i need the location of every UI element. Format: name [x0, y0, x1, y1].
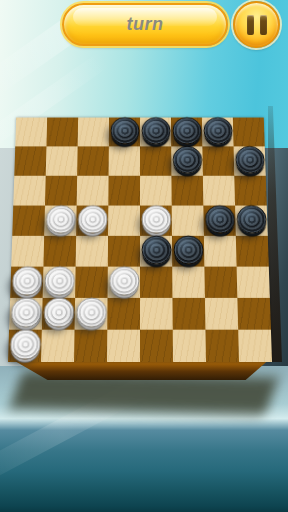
board-square[interactable]	[172, 206, 204, 236]
board-square[interactable]	[205, 330, 239, 362]
board-square[interactable]	[203, 206, 235, 236]
turn-label: turn	[64, 5, 226, 44]
board-square[interactable]	[205, 298, 238, 330]
board-square[interactable]	[43, 267, 76, 298]
board-square[interactable]	[108, 236, 140, 267]
board-square[interactable]	[204, 267, 237, 298]
board-square[interactable]	[43, 236, 76, 267]
board	[8, 118, 272, 362]
board-square[interactable]	[107, 298, 140, 330]
board-square[interactable]	[173, 330, 206, 362]
board-square[interactable]	[202, 146, 234, 175]
board-square[interactable]	[172, 267, 205, 298]
board-square[interactable]	[171, 176, 203, 206]
board-square[interactable]	[77, 176, 109, 206]
board-square[interactable]	[140, 298, 173, 330]
board-square[interactable]	[10, 267, 43, 298]
board-square[interactable]	[9, 298, 43, 330]
board-square[interactable]	[78, 118, 109, 147]
board-square[interactable]	[235, 206, 268, 236]
board-square[interactable]	[74, 330, 107, 362]
white-piece[interactable]	[76, 297, 107, 327]
board-square[interactable]	[171, 146, 203, 175]
board-square[interactable]	[234, 176, 266, 206]
turn-button[interactable]: turn	[62, 3, 228, 46]
black-piece[interactable]	[236, 205, 267, 233]
black-piece[interactable]	[173, 235, 203, 264]
white-piece[interactable]	[77, 205, 107, 233]
board-square[interactable]	[12, 206, 45, 236]
white-piece[interactable]	[43, 297, 74, 327]
board-square[interactable]	[140, 267, 172, 298]
board-square[interactable]	[172, 236, 204, 267]
board-square[interactable]	[76, 206, 108, 236]
black-piece[interactable]	[172, 117, 202, 144]
board-square[interactable]	[204, 236, 237, 267]
board-square[interactable]	[238, 330, 272, 362]
black-piece[interactable]	[234, 146, 264, 174]
board-square[interactable]	[203, 176, 235, 206]
board-square[interactable]	[233, 118, 265, 147]
board-square[interactable]	[140, 118, 171, 147]
black-piece[interactable]	[203, 117, 233, 144]
board-square[interactable]	[108, 267, 140, 298]
white-piece[interactable]	[10, 297, 41, 327]
board-square[interactable]	[237, 298, 271, 330]
board-square[interactable]	[46, 146, 78, 175]
white-piece[interactable]	[9, 329, 41, 359]
black-piece[interactable]	[141, 235, 171, 264]
board-square[interactable]	[77, 146, 109, 175]
board-square[interactable]	[107, 330, 140, 362]
board-square[interactable]	[140, 236, 172, 267]
board-square[interactable]	[42, 298, 75, 330]
black-piece[interactable]	[204, 205, 234, 233]
board-square[interactable]	[108, 206, 140, 236]
board-square[interactable]	[237, 267, 270, 298]
board-square[interactable]	[171, 118, 202, 147]
board-square[interactable]	[75, 267, 108, 298]
board-square[interactable]	[108, 176, 140, 206]
board-square[interactable]	[76, 236, 108, 267]
board-square[interactable]	[140, 330, 173, 362]
board-square[interactable]	[172, 298, 205, 330]
board-square[interactable]	[46, 118, 78, 147]
white-piece[interactable]	[109, 266, 139, 295]
board-square[interactable]	[13, 176, 45, 206]
board-wrapper	[8, 118, 272, 362]
board-square[interactable]	[140, 206, 172, 236]
white-piece[interactable]	[44, 266, 75, 295]
black-piece[interactable]	[172, 146, 202, 174]
board-square[interactable]	[109, 146, 140, 175]
board-square[interactable]	[44, 206, 76, 236]
board-square[interactable]	[15, 118, 47, 147]
white-piece[interactable]	[11, 266, 42, 295]
white-piece[interactable]	[141, 205, 171, 233]
board-square[interactable]	[41, 330, 75, 362]
board-square[interactable]	[236, 236, 269, 267]
white-piece[interactable]	[45, 205, 75, 233]
board-square[interactable]	[140, 176, 172, 206]
black-piece[interactable]	[110, 117, 139, 144]
board-square[interactable]	[140, 146, 171, 175]
board-square[interactable]	[8, 330, 42, 362]
pause-icon	[247, 15, 267, 35]
board-square[interactable]	[202, 118, 234, 147]
board-square[interactable]	[109, 118, 140, 147]
board-square[interactable]	[14, 146, 46, 175]
board-square[interactable]	[11, 236, 44, 267]
board-square[interactable]	[45, 176, 77, 206]
board-square[interactable]	[234, 146, 266, 175]
black-piece[interactable]	[141, 117, 170, 144]
board-square[interactable]	[75, 298, 108, 330]
pause-button[interactable]	[233, 1, 280, 48]
